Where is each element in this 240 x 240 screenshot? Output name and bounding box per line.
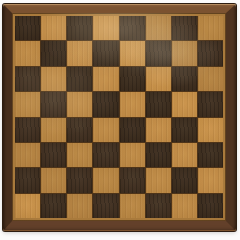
square-h7[interactable] [198,41,223,65]
square-e4[interactable] [120,118,145,142]
square-b1[interactable] [41,194,66,218]
square-e6[interactable] [120,67,145,91]
board-grid [15,16,223,218]
square-f8[interactable] [146,16,171,40]
square-e8[interactable] [120,16,145,40]
square-f7[interactable] [146,41,171,65]
square-c7[interactable] [67,41,92,65]
square-d6[interactable] [93,67,118,91]
square-b6[interactable] [41,67,66,91]
square-a4[interactable] [15,118,40,142]
square-h2[interactable] [198,168,223,192]
chessboard [3,4,236,231]
square-a5[interactable] [15,92,40,116]
square-g7[interactable] [172,41,197,65]
square-a7[interactable] [15,41,40,65]
square-b7[interactable] [41,41,66,65]
square-d2[interactable] [93,168,118,192]
square-d5[interactable] [93,92,118,116]
square-g6[interactable] [172,67,197,91]
square-a1[interactable] [15,194,40,218]
square-c3[interactable] [67,143,92,167]
square-g1[interactable] [172,194,197,218]
square-d1[interactable] [93,194,118,218]
square-c6[interactable] [67,67,92,91]
square-g4[interactable] [172,118,197,142]
square-c1[interactable] [67,194,92,218]
square-d3[interactable] [93,143,118,167]
square-b8[interactable] [41,16,66,40]
square-c8[interactable] [67,16,92,40]
square-f3[interactable] [146,143,171,167]
square-c4[interactable] [67,118,92,142]
board-surface [12,13,226,221]
square-h8[interactable] [198,16,223,40]
square-g3[interactable] [172,143,197,167]
square-c2[interactable] [67,168,92,192]
square-f6[interactable] [146,67,171,91]
square-f4[interactable] [146,118,171,142]
square-h4[interactable] [198,118,223,142]
square-f1[interactable] [146,194,171,218]
square-b2[interactable] [41,168,66,192]
square-a8[interactable] [15,16,40,40]
square-e5[interactable] [120,92,145,116]
square-g2[interactable] [172,168,197,192]
square-h6[interactable] [198,67,223,91]
square-h5[interactable] [198,92,223,116]
square-d7[interactable] [93,41,118,65]
square-a6[interactable] [15,67,40,91]
square-e3[interactable] [120,143,145,167]
square-e2[interactable] [120,168,145,192]
square-a2[interactable] [15,168,40,192]
product-photo [0,0,240,240]
square-e1[interactable] [120,194,145,218]
square-c5[interactable] [67,92,92,116]
square-g5[interactable] [172,92,197,116]
square-b5[interactable] [41,92,66,116]
square-h1[interactable] [198,194,223,218]
square-d4[interactable] [93,118,118,142]
square-f5[interactable] [146,92,171,116]
square-e7[interactable] [120,41,145,65]
square-f2[interactable] [146,168,171,192]
square-b3[interactable] [41,143,66,167]
square-d8[interactable] [93,16,118,40]
square-g8[interactable] [172,16,197,40]
square-a3[interactable] [15,143,40,167]
square-b4[interactable] [41,118,66,142]
square-h3[interactable] [198,143,223,167]
